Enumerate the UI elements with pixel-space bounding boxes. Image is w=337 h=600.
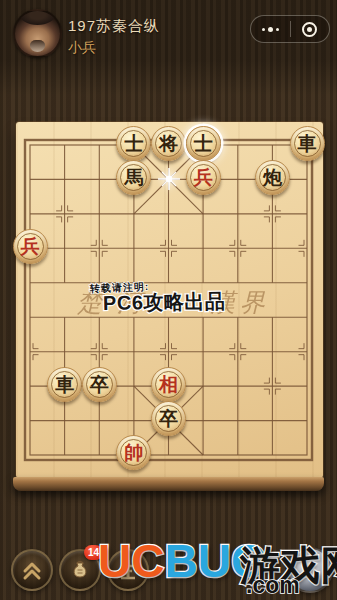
- piece-兵[interactable]: 兵: [186, 160, 221, 195]
- piece-char: 炮: [256, 161, 289, 194]
- watermark-brand: PC6攻略出品: [103, 288, 226, 317]
- expand-up-button[interactable]: [11, 549, 53, 591]
- rewards-button[interactable]: [107, 549, 149, 591]
- last-move-marker: [156, 166, 182, 192]
- piece-char: 帥: [117, 436, 150, 469]
- piece-char: 車: [48, 368, 81, 401]
- metal-ball-button[interactable]: [287, 547, 333, 593]
- piece-char: 卒: [83, 368, 116, 401]
- app-screen: 197苏秦合纵 小兵 楚河漢界 士将士車馬兵炮兵車卒相卒帥 转载请注明: PC6…: [0, 0, 337, 600]
- piece-卒[interactable]: 卒: [82, 367, 117, 402]
- piece-char: 馬: [117, 161, 150, 194]
- piece-char: 兵: [14, 230, 47, 263]
- piece-士[interactable]: 士: [186, 126, 221, 161]
- piece-将[interactable]: 将: [151, 126, 186, 161]
- money-bag-icon: [67, 557, 93, 583]
- piece-char: 相: [152, 368, 185, 401]
- piece-馬[interactable]: 馬: [116, 160, 151, 195]
- piece-車[interactable]: 車: [47, 367, 82, 402]
- piece-char: 士: [117, 127, 150, 160]
- notification-badge: 14: [84, 545, 103, 560]
- chevron-up-icon: [20, 558, 44, 582]
- piece-卒[interactable]: 卒: [151, 401, 186, 436]
- piece-兵[interactable]: 兵: [13, 229, 48, 264]
- piece-車[interactable]: 車: [290, 126, 325, 161]
- trophy-icon: [117, 558, 139, 582]
- piece-char: 士: [187, 127, 220, 160]
- piece-炮[interactable]: 炮: [255, 160, 290, 195]
- piece-士[interactable]: 士: [116, 126, 151, 161]
- piece-char: 兵: [187, 161, 220, 194]
- piece-帥[interactable]: 帥: [116, 435, 151, 470]
- piece-相[interactable]: 相: [151, 367, 186, 402]
- piece-char: 車: [291, 127, 324, 160]
- piece-char: 将: [152, 127, 185, 160]
- piece-char: 卒: [152, 402, 185, 435]
